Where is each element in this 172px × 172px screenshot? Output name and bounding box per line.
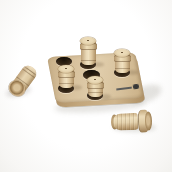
product-photo-stage — [0, 0, 172, 172]
peg-front-center[interactable] — [88, 76, 103, 97]
loose-peg-front-right-top-face — [144, 111, 152, 130]
peg-top-face — [87, 76, 103, 84]
peg-top-face — [58, 65, 74, 73]
brand-logo-wordmark — [116, 86, 132, 90]
peg-mid-right[interactable] — [115, 49, 130, 73]
brand-logo-mark-icon — [133, 84, 140, 89]
peg-top-face — [114, 49, 130, 57]
loose-peg-front-right-body — [113, 112, 139, 130]
peg-top-face — [80, 37, 96, 45]
peg-front-left[interactable] — [59, 65, 74, 88]
loose-peg-front-right[interactable] — [110, 107, 155, 136]
peg-back-center[interactable] — [81, 37, 96, 65]
